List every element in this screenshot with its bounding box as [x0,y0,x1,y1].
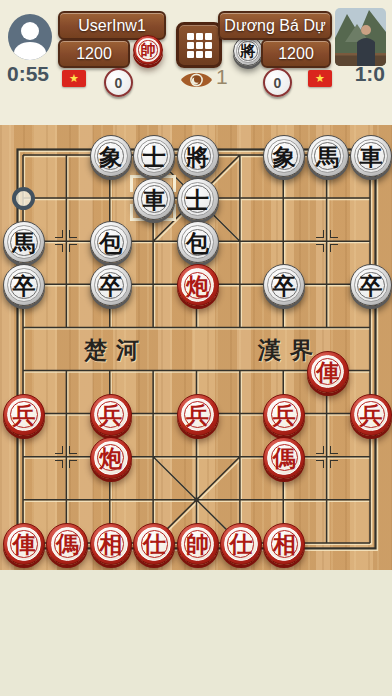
point-marker [315,445,339,469]
vietnam-flag-left: ★ [62,70,86,87]
point-marker [54,445,78,469]
point-marker [54,229,78,253]
player-rating-right: 1200 [261,39,331,68]
xiangqi-board[interactable]: 楚河 漢界 象士將象馬車車士馬包包卒卒卒卒炮俥兵兵兵兵兵炮傌俥傌相仕帥仕相 [0,125,392,570]
piece-black-advisor[interactable]: 士 [133,135,175,177]
player-rating-left: 1200 [58,39,130,68]
piece-red-soldier[interactable]: 兵 [263,394,305,436]
piece-red-advisor[interactable]: 仕 [133,523,175,565]
timer-left: 0:55 [7,62,49,86]
person-icon [21,22,39,40]
piece-red-elephant[interactable]: 相 [263,523,305,565]
piece-red-soldier[interactable]: 兵 [350,394,392,436]
footer-area [0,570,392,696]
piece-red-chariot[interactable]: 俥 [3,523,45,565]
player-avatar-right[interactable] [335,8,386,66]
piece-black-general[interactable]: 將 [177,135,219,177]
menu-button[interactable] [176,22,222,68]
point-marker [315,229,339,253]
grid-menu-icon [187,33,212,58]
piece-red-cannon[interactable]: 炮 [177,264,219,306]
black-side-piece-icon: 將 [233,36,263,66]
piece-black-elephant[interactable]: 象 [263,135,305,177]
piece-red-horse[interactable]: 傌 [263,437,305,479]
piece-black-chariot[interactable]: 車 [133,178,175,220]
captured-count-left: 0 [104,68,133,97]
piece-red-cannon[interactable]: 炮 [90,437,132,479]
piece-black-horse[interactable]: 馬 [307,135,349,177]
header: UserInw1 1200 帥 將 Dương Bá Dự 1200 [0,0,392,125]
player-avatar-left[interactable] [8,14,52,60]
player-name-right: Dương Bá Dự [218,11,332,40]
xiangqi-app: UserInw1 1200 帥 將 Dương Bá Dự 1200 [0,0,392,696]
piece-black-cannon[interactable]: 包 [90,221,132,263]
piece-black-soldier[interactable]: 卒 [3,264,45,306]
vietnam-flag-right: ★ [308,70,332,87]
timer-right: 1:0 [355,62,385,86]
piece-red-advisor[interactable]: 仕 [220,523,262,565]
river-label-chu-he: 楚河 [84,335,148,366]
piece-black-cannon[interactable]: 包 [177,221,219,263]
spectators-count: 1 [216,65,228,89]
spectators-eye-icon [180,69,213,91]
piece-black-chariot[interactable]: 車 [350,135,392,177]
piece-black-soldier[interactable]: 卒 [350,264,392,306]
piece-black-advisor[interactable]: 士 [177,178,219,220]
piece-red-elephant[interactable]: 相 [90,523,132,565]
piece-black-elephant[interactable]: 象 [90,135,132,177]
piece-red-soldier[interactable]: 兵 [90,394,132,436]
piece-black-horse[interactable]: 馬 [3,221,45,263]
avatar-photo [335,8,386,66]
piece-red-soldier[interactable]: 兵 [177,394,219,436]
piece-red-horse[interactable]: 傌 [46,523,88,565]
piece-red-general[interactable]: 帥 [177,523,219,565]
last-move-origin-marker [12,187,35,210]
piece-red-soldier[interactable]: 兵 [3,394,45,436]
piece-black-soldier[interactable]: 卒 [90,264,132,306]
captured-count-right: 0 [263,68,292,97]
red-side-piece-icon: 帥 [133,35,163,65]
piece-red-chariot[interactable]: 俥 [307,351,349,393]
